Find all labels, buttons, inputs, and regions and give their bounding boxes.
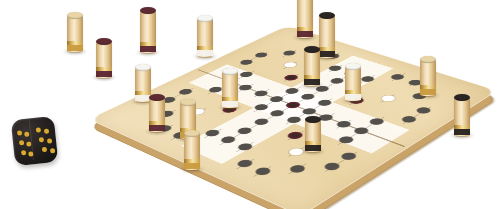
peg-top bbox=[140, 7, 156, 14]
peg-body bbox=[149, 97, 165, 132]
peg-body bbox=[297, 0, 313, 38]
peg-black-15[interactable] bbox=[305, 116, 321, 152]
black-die[interactable] bbox=[11, 116, 59, 166]
peg-black-12[interactable] bbox=[454, 94, 470, 136]
peg-color-band bbox=[67, 45, 83, 51]
die-pip bbox=[24, 132, 29, 137]
peg-top bbox=[420, 56, 436, 63]
peg-top bbox=[135, 64, 151, 71]
peg-body bbox=[319, 15, 335, 58]
peg-top bbox=[67, 12, 83, 19]
peg-body bbox=[67, 15, 83, 52]
peg-gold-16[interactable] bbox=[184, 130, 200, 170]
peg-color-band bbox=[345, 94, 361, 100]
die-pip bbox=[39, 137, 44, 142]
peg-maroon-3[interactable] bbox=[140, 7, 156, 53]
peg-white-10[interactable] bbox=[345, 63, 361, 101]
peg-top bbox=[454, 94, 470, 101]
peg-gold-ring bbox=[184, 159, 200, 163]
peg-top bbox=[197, 15, 213, 22]
peg-top bbox=[319, 12, 335, 19]
peg-body bbox=[197, 18, 213, 57]
peg-maroon-2[interactable] bbox=[96, 38, 112, 78]
peg-gold-ring bbox=[297, 27, 313, 31]
peg-gold-ring bbox=[420, 85, 436, 89]
peg-color-band bbox=[297, 31, 313, 37]
peg-top bbox=[96, 38, 112, 45]
peg-gold-ring bbox=[96, 67, 112, 71]
peg-gold-ring bbox=[345, 90, 361, 94]
peg-color-band bbox=[319, 51, 335, 57]
die-pip bbox=[50, 148, 55, 153]
peg-gold-ring bbox=[197, 46, 213, 50]
peg-gold-1[interactable] bbox=[67, 12, 83, 52]
peg-gold-ring bbox=[304, 75, 320, 79]
peg-top bbox=[222, 68, 238, 75]
peg-top bbox=[304, 46, 320, 53]
peg-top bbox=[180, 99, 196, 106]
peg-color-band bbox=[149, 125, 165, 131]
peg-gold-ring bbox=[149, 121, 165, 125]
peg-body bbox=[454, 97, 470, 136]
die-pip bbox=[19, 140, 24, 145]
peg-body bbox=[305, 119, 321, 152]
peg-gold-ring bbox=[319, 47, 335, 51]
die-pip bbox=[42, 147, 47, 152]
peg-top bbox=[184, 130, 200, 137]
peg-color-band bbox=[96, 71, 112, 77]
product-photo bbox=[0, 0, 500, 209]
die-pip bbox=[21, 150, 26, 155]
peg-color-band bbox=[222, 101, 238, 107]
peg-gold-11[interactable] bbox=[420, 56, 436, 96]
peg-color-band bbox=[420, 89, 436, 95]
peg-body bbox=[96, 41, 112, 78]
peg-body bbox=[184, 133, 200, 170]
die-pip bbox=[44, 128, 49, 133]
peg-gold-ring bbox=[305, 141, 321, 145]
peg-color-band bbox=[197, 50, 213, 56]
peg-gold-ring bbox=[140, 42, 156, 46]
pegs-layer bbox=[0, 0, 500, 209]
peg-gold-ring bbox=[454, 125, 470, 129]
peg-top bbox=[345, 63, 361, 70]
peg-maroon-13[interactable] bbox=[149, 94, 165, 132]
peg-maroon-5[interactable] bbox=[297, 0, 313, 38]
die-pip bbox=[17, 130, 22, 135]
peg-color-band bbox=[454, 129, 470, 135]
peg-white-4[interactable] bbox=[197, 15, 213, 57]
peg-body bbox=[345, 66, 361, 101]
peg-body bbox=[420, 59, 436, 96]
die-pip bbox=[47, 138, 52, 143]
peg-top bbox=[149, 94, 165, 101]
peg-color-band bbox=[140, 46, 156, 52]
peg-body bbox=[222, 71, 238, 108]
peg-color-band bbox=[304, 79, 320, 85]
peg-gold-ring bbox=[222, 97, 238, 101]
peg-black-6[interactable] bbox=[319, 12, 335, 58]
peg-color-band bbox=[305, 145, 321, 151]
peg-white-9[interactable] bbox=[222, 68, 238, 108]
peg-body bbox=[304, 49, 320, 86]
peg-gold-ring bbox=[67, 41, 83, 45]
die-pip bbox=[36, 127, 41, 132]
peg-black-7[interactable] bbox=[304, 46, 320, 86]
peg-color-band bbox=[184, 163, 200, 169]
peg-body bbox=[140, 10, 156, 53]
peg-top bbox=[305, 116, 321, 123]
